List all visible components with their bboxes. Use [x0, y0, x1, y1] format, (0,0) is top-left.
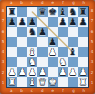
- piece-white-queen-d1[interactable]: ♛: [38, 77, 47, 87]
- coord-label-3: 3: [90, 60, 94, 64]
- square-d6[interactable]: ♟: [37, 27, 47, 37]
- coord-label-6: 6: [90, 30, 94, 34]
- square-g7[interactable]: ♟: [68, 17, 78, 27]
- square-d5[interactable]: [37, 37, 47, 47]
- chess-board[interactable]: ♜♛♚♝♞♜♟♟♟♟♟♟♞♟♟♝♟♝♞♞♟♟♟♟♟♟♟♜♝♛♚♜: [7, 7, 88, 87]
- square-b5[interactable]: [17, 37, 27, 47]
- square-f7[interactable]: ♟: [58, 17, 68, 27]
- square-a5[interactable]: [7, 37, 17, 47]
- square-e7[interactable]: [48, 17, 58, 27]
- square-e1[interactable]: ♚: [48, 77, 58, 87]
- piece-black-pawn-b7[interactable]: ♟: [18, 17, 27, 27]
- piece-black-knight-c6[interactable]: ♞: [28, 27, 37, 37]
- piece-white-bishop-c1[interactable]: ♝: [28, 77, 37, 87]
- piece-white-pawn-e4[interactable]: ♟: [48, 47, 57, 57]
- square-h5[interactable]: [78, 37, 88, 47]
- square-h7[interactable]: ♟: [78, 17, 88, 27]
- coord-label-g: g: [71, 89, 75, 93]
- coord-label-2: 2: [90, 71, 94, 75]
- coord-label-f: f: [61, 1, 65, 5]
- coord-label-a: a: [9, 89, 13, 93]
- coord-label-7: 7: [90, 19, 94, 23]
- square-c6[interactable]: ♞: [27, 27, 37, 37]
- chess-board-window: ♜♛♚♝♞♜♟♟♟♟♟♟♞♟♟♝♟♝♞♞♟♟♟♟♟♟♟♜♝♛♚♜ 8877665…: [0, 0, 95, 94]
- square-b7[interactable]: ♟: [17, 17, 27, 27]
- square-a7[interactable]: ♟: [7, 17, 17, 27]
- coord-label-8: 8: [1, 9, 5, 13]
- square-a1[interactable]: ♜: [7, 77, 17, 87]
- piece-black-pawn-d6[interactable]: ♟: [38, 27, 47, 37]
- coord-label-4: 4: [1, 50, 5, 54]
- piece-black-king-e8[interactable]: ♚: [48, 7, 57, 17]
- board-frame: ♜♛♚♝♞♜♟♟♟♟♟♟♞♟♟♝♟♝♞♞♟♟♟♟♟♟♟♜♝♛♚♜: [6, 6, 89, 88]
- square-c1[interactable]: ♝: [27, 77, 37, 87]
- square-a6[interactable]: [7, 27, 17, 37]
- coord-label-7: 7: [1, 19, 5, 23]
- square-f1[interactable]: [58, 77, 68, 87]
- coord-label-f: f: [61, 89, 65, 93]
- piece-white-king-e1[interactable]: ♚: [48, 77, 57, 87]
- square-d4[interactable]: [37, 47, 47, 57]
- piece-black-pawn-f7[interactable]: ♟: [58, 17, 67, 27]
- coord-label-2: 2: [1, 71, 5, 75]
- coord-label-b: b: [20, 1, 24, 5]
- coord-label-h: h: [82, 89, 86, 93]
- coord-label-h: h: [82, 1, 86, 5]
- piece-white-rook-h1[interactable]: ♜: [79, 77, 88, 87]
- coord-label-c: c: [30, 1, 34, 5]
- piece-white-pawn-f2[interactable]: ♟: [58, 67, 67, 77]
- coord-label-6: 6: [1, 30, 5, 34]
- square-e8[interactable]: ♚: [48, 7, 58, 17]
- square-h1[interactable]: ♜: [78, 77, 88, 87]
- piece-black-bishop-g4[interactable]: ♝: [69, 47, 78, 57]
- square-g6[interactable]: [68, 27, 78, 37]
- coord-label-e: e: [51, 89, 55, 93]
- square-a4[interactable]: [7, 47, 17, 57]
- square-h6[interactable]: [78, 27, 88, 37]
- square-g4[interactable]: ♝: [68, 47, 78, 57]
- piece-black-pawn-a7[interactable]: ♟: [8, 17, 17, 27]
- piece-white-pawn-g2[interactable]: ♟: [69, 67, 78, 77]
- square-h4[interactable]: [78, 47, 88, 57]
- square-f2[interactable]: ♟: [58, 67, 68, 77]
- coord-label-4: 4: [90, 50, 94, 54]
- square-b1[interactable]: [17, 77, 27, 87]
- piece-white-rook-a1[interactable]: ♜: [8, 77, 17, 87]
- square-b2[interactable]: ♟: [17, 67, 27, 77]
- coord-label-d: d: [40, 89, 44, 93]
- coord-label-1: 1: [90, 81, 94, 85]
- piece-white-pawn-b2[interactable]: ♟: [18, 67, 27, 77]
- square-e4[interactable]: ♟: [48, 47, 58, 57]
- square-g2[interactable]: ♟: [68, 67, 78, 77]
- coord-label-b: b: [20, 89, 24, 93]
- coord-label-1: 1: [1, 81, 5, 85]
- coord-label-8: 8: [90, 9, 94, 13]
- square-b4[interactable]: [17, 47, 27, 57]
- coord-label-3: 3: [1, 60, 5, 64]
- piece-black-queen-d8[interactable]: ♛: [38, 7, 47, 17]
- square-e3[interactable]: [48, 57, 58, 67]
- square-b6[interactable]: [17, 27, 27, 37]
- square-d8[interactable]: ♛: [37, 7, 47, 17]
- piece-black-pawn-h7[interactable]: ♟: [79, 17, 88, 27]
- piece-black-pawn-g7[interactable]: ♟: [69, 17, 78, 27]
- square-d1[interactable]: ♛: [37, 77, 47, 87]
- coord-label-5: 5: [90, 40, 94, 44]
- square-f6[interactable]: [58, 27, 68, 37]
- square-g1[interactable]: [68, 77, 78, 87]
- coord-label-e: e: [51, 1, 55, 5]
- coord-label-a: a: [9, 1, 13, 5]
- coord-label-d: d: [40, 1, 44, 5]
- coord-label-g: g: [71, 1, 75, 5]
- coord-label-5: 5: [1, 40, 5, 44]
- coord-label-c: c: [30, 89, 34, 93]
- square-f5[interactable]: [58, 37, 68, 47]
